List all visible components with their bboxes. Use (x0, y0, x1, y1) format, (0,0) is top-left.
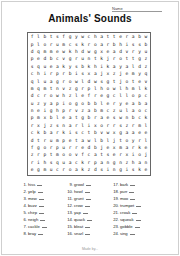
grid-cell[interactable]: n (143, 159, 149, 166)
answer-line (130, 185, 135, 186)
word-list-item: 1.hiss (20, 182, 64, 189)
word-label: gobble (120, 225, 133, 229)
word-label: yap (74, 211, 81, 215)
word-list-item: 4.buzz (20, 203, 64, 210)
word-list-item: 19.moo (112, 196, 170, 203)
word-list-item: 9.growl (66, 182, 110, 189)
word-label: yelp (28, 190, 36, 194)
answer-line (38, 234, 43, 235)
word-label: bark (120, 183, 128, 187)
grid-cell[interactable]: e (143, 130, 149, 137)
answer-line (42, 227, 47, 228)
word-number: 6. (20, 218, 27, 222)
answer-line (86, 185, 91, 186)
word-list-item: 8.bray (20, 231, 64, 238)
grid-cell[interactable]: z (143, 56, 149, 63)
word-number: 11. (66, 197, 73, 201)
word-label: squeak (120, 218, 134, 222)
answer-line (38, 192, 43, 193)
word-number: 20. (112, 204, 119, 208)
answer-line (85, 206, 90, 207)
answer-line (130, 199, 135, 200)
word-list-item: 17.bark (112, 182, 170, 189)
word-number: 23. (112, 225, 119, 229)
answer-line (135, 227, 140, 228)
word-list-item: 10.howl (66, 189, 110, 196)
word-label: trumpet (120, 204, 134, 208)
word-list: 1.hiss2.yelp3.mew4.buzz5.chirp6.neigh7.c… (20, 182, 166, 238)
grid-cell[interactable]: v (143, 78, 149, 85)
answer-line (39, 206, 44, 207)
word-label: mew (28, 197, 37, 201)
word-list-item: 22.squeak (112, 217, 170, 224)
word-number: 8. (20, 232, 27, 236)
word-label: growl (74, 183, 84, 187)
word-number: 2. (20, 190, 27, 194)
word-number: 21. (112, 211, 119, 215)
word-number: 22. (112, 218, 119, 222)
answer-line (86, 199, 91, 200)
word-label: neigh (28, 218, 38, 222)
grid-cell[interactable]: e (143, 145, 149, 152)
answer-line (87, 220, 92, 221)
answer-line (85, 192, 90, 193)
letter-grid: flbtsfgywchatterabwplorumcskroarbhissbdq… (27, 32, 151, 176)
grid-cell[interactable]: l (143, 122, 149, 129)
word-label: hiss (28, 183, 35, 187)
word-number: 4. (20, 204, 27, 208)
word-label: cackle (28, 225, 40, 229)
word-number: 3. (20, 197, 27, 201)
word-list-item: 21.croak (112, 210, 170, 217)
word-list-item: 15.bleat (66, 224, 110, 231)
grid-cell[interactable]: w (143, 34, 149, 41)
name-label: Name (112, 6, 123, 11)
name-field[interactable]: Name (112, 6, 162, 12)
footer-credit: Made by... (0, 247, 180, 251)
word-label: purr (120, 190, 127, 194)
word-label: howl (74, 190, 83, 194)
word-list-item: 2.yelp (20, 189, 64, 196)
word-label: bray (28, 232, 36, 236)
word-list-item: 12.crow (66, 203, 110, 210)
page-title: Animals' Sounds (0, 13, 180, 24)
word-list-item: 20.trumpet (112, 203, 170, 210)
word-number: 16. (66, 232, 73, 236)
answer-line (39, 213, 44, 214)
word-list-item: 23.gobble (112, 224, 170, 231)
answer-line (129, 192, 134, 193)
answer-line (85, 234, 90, 235)
word-number: 12. (66, 204, 73, 208)
word-label: quack (74, 218, 85, 222)
word-list-item: 14.quack (66, 217, 110, 224)
word-label: crow (74, 204, 83, 208)
word-number: 14. (66, 218, 73, 222)
word-number: 9. (66, 183, 73, 187)
grid-cell[interactable]: k (143, 86, 149, 93)
grid-cell[interactable]: b (143, 41, 149, 48)
word-label: grunt (74, 197, 84, 201)
answer-line (136, 220, 141, 221)
grid-cell[interactable]: a (143, 100, 149, 107)
answer-line (40, 220, 45, 221)
word-label: snarl (74, 232, 83, 236)
word-list-item: 16.snarl (66, 231, 110, 238)
grid-cell[interactable]: l (143, 137, 149, 144)
word-list-item: 11.grunt (66, 196, 110, 203)
grid-cell[interactable]: u (143, 49, 149, 56)
answer-line (85, 227, 90, 228)
word-number: 5. (20, 211, 27, 215)
grid-cell[interactable]: c (143, 108, 149, 115)
answer-line (83, 213, 88, 214)
word-number: 10. (66, 190, 73, 194)
word-list-item: 24.sing (112, 231, 170, 238)
word-number: 19. (112, 197, 119, 201)
word-label: croak (120, 211, 130, 215)
word-list-item: 13.yap (66, 210, 110, 217)
word-list-item: 18.purr (112, 189, 170, 196)
word-number: 15. (66, 225, 73, 229)
answer-line (37, 185, 42, 186)
word-label: sing (120, 232, 128, 236)
grid-cell[interactable]: e (143, 167, 149, 174)
word-label: bleat (74, 225, 83, 229)
grid-cell[interactable]: q (143, 71, 149, 78)
word-list-item: 5.chirp (20, 210, 64, 217)
word-number: 18. (112, 190, 119, 194)
grid-cell[interactable]: k (143, 115, 149, 122)
answer-line (132, 213, 137, 214)
word-label: moo (120, 197, 128, 201)
word-label: buzz (28, 204, 37, 208)
word-number: 13. (66, 211, 73, 215)
grid-cell[interactable]: j (143, 152, 149, 159)
word-number: 1. (20, 183, 27, 187)
word-list-item: 6.neigh (20, 217, 64, 224)
answer-line (39, 199, 44, 200)
word-number: 7. (20, 225, 27, 229)
answer-line (130, 234, 135, 235)
word-list-item: 7.cackle (20, 224, 64, 231)
word-list-item: 3.mew (20, 196, 64, 203)
grid-cell[interactable]: c (143, 93, 149, 100)
word-label: chirp (28, 211, 37, 215)
grid-cell[interactable]: z (143, 63, 149, 70)
word-number: 17. (112, 183, 119, 187)
answer-line (136, 206, 141, 207)
word-number: 24. (112, 232, 119, 236)
